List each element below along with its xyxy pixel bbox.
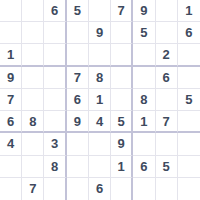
cell-r5c7[interactable]: 8 [133,89,155,111]
cell-r3c2[interactable] [22,44,44,66]
cell-r5c6[interactable] [111,89,133,111]
cell-r3c9[interactable] [178,44,200,66]
cell-r8c6[interactable]: 1 [111,156,133,178]
cell-r2c6[interactable] [111,22,133,44]
cell-r1c7[interactable]: 9 [133,0,155,22]
cell-r8c7[interactable]: 6 [133,156,155,178]
cell-r1c6[interactable]: 7 [111,0,133,22]
cell-r9c2[interactable]: 7 [22,178,44,200]
cell-r7c1[interactable]: 4 [0,133,22,155]
cell-r7c5[interactable] [89,133,111,155]
cell-r4c1[interactable]: 9 [0,67,22,89]
cell-r6c3[interactable] [44,111,66,133]
cell-r4c2[interactable] [22,67,44,89]
cell-r4c3[interactable] [44,67,66,89]
cell-r4c6[interactable] [111,67,133,89]
cell-r7c7[interactable] [133,133,155,155]
cell-r8c1[interactable] [0,156,22,178]
cell-r6c9[interactable] [178,111,200,133]
cell-r5c9[interactable]: 5 [178,89,200,111]
cell-r7c2[interactable] [22,133,44,155]
cell-r9c1[interactable] [0,178,22,200]
cell-r7c9[interactable] [178,133,200,155]
cell-r1c4[interactable]: 5 [67,0,89,22]
cell-r1c5[interactable] [89,0,111,22]
cell-r8c5[interactable] [89,156,111,178]
cell-r8c8[interactable]: 5 [156,156,178,178]
cell-r9c5[interactable]: 6 [89,178,111,200]
cell-r5c2[interactable] [22,89,44,111]
cell-r6c8[interactable]: 7 [156,111,178,133]
cell-r4c5[interactable]: 8 [89,67,111,89]
cell-r2c1[interactable] [0,22,22,44]
cell-r3c4[interactable] [67,44,89,66]
cell-r7c6[interactable]: 9 [111,133,133,155]
cell-r2c5[interactable]: 9 [89,22,111,44]
cell-r3c7[interactable] [133,44,155,66]
cell-r9c7[interactable] [133,178,155,200]
cell-r2c2[interactable] [22,22,44,44]
cell-r1c8[interactable] [156,0,178,22]
cell-r8c3[interactable]: 8 [44,156,66,178]
cell-r6c1[interactable]: 6 [0,111,22,133]
cell-r5c5[interactable]: 1 [89,89,111,111]
cell-r9c3[interactable] [44,178,66,200]
cell-r1c2[interactable] [22,0,44,22]
cell-r6c5[interactable]: 4 [89,111,111,133]
cell-r6c2[interactable]: 8 [22,111,44,133]
cell-r7c3[interactable]: 3 [44,133,66,155]
cell-r8c4[interactable] [67,156,89,178]
cell-r7c8[interactable] [156,133,178,155]
cell-r4c4[interactable]: 7 [67,67,89,89]
cell-r2c4[interactable] [67,22,89,44]
cell-r4c9[interactable] [178,67,200,89]
cell-r3c8[interactable]: 2 [156,44,178,66]
cell-r6c4[interactable]: 9 [67,111,89,133]
cell-r6c6[interactable]: 5 [111,111,133,133]
cell-r3c6[interactable] [111,44,133,66]
sudoku-board: 65791956129786761856894517439816576 [0,0,200,200]
cell-r9c4[interactable] [67,178,89,200]
cell-r8c9[interactable] [178,156,200,178]
cell-r9c8[interactable] [156,178,178,200]
cell-r4c8[interactable]: 6 [156,67,178,89]
cell-r2c3[interactable] [44,22,66,44]
cell-r1c3[interactable]: 6 [44,0,66,22]
cell-r1c9[interactable]: 1 [178,0,200,22]
cell-r2c9[interactable]: 6 [178,22,200,44]
cell-r3c3[interactable] [44,44,66,66]
cell-r3c5[interactable] [89,44,111,66]
cell-r5c4[interactable]: 6 [67,89,89,111]
cell-r5c8[interactable] [156,89,178,111]
cell-r3c1[interactable]: 1 [0,44,22,66]
cell-r6c7[interactable]: 1 [133,111,155,133]
cell-r7c4[interactable] [67,133,89,155]
cell-r4c7[interactable] [133,67,155,89]
cell-r5c3[interactable] [44,89,66,111]
cell-r2c8[interactable] [156,22,178,44]
cell-r9c9[interactable] [178,178,200,200]
cell-r5c1[interactable]: 7 [0,89,22,111]
cell-r1c1[interactable] [0,0,22,22]
cell-r8c2[interactable] [22,156,44,178]
cell-r9c6[interactable] [111,178,133,200]
cell-r2c7[interactable]: 5 [133,22,155,44]
